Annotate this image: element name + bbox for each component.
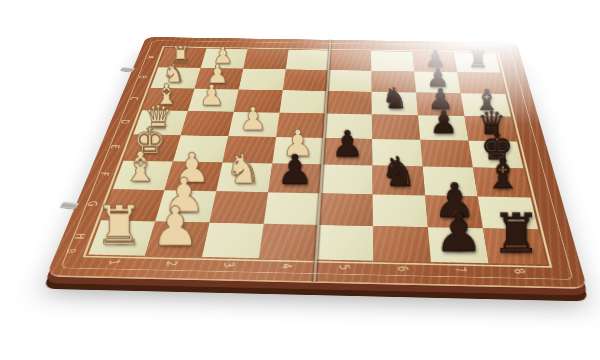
square-c2[interactable]: ♟ (188, 89, 239, 112)
rank-label-7: 7 (450, 263, 471, 277)
square-f6[interactable]: ♞ (372, 165, 425, 195)
square-f8[interactable]: ♝ (473, 167, 531, 197)
square-g4[interactable] (264, 192, 321, 225)
square-c5[interactable] (326, 91, 372, 114)
rank-label-8: 8 (508, 264, 530, 278)
square-h3[interactable] (202, 223, 264, 259)
square-h4[interactable] (259, 224, 318, 260)
maker-stamp: B (64, 248, 77, 253)
file-label-b: B (135, 73, 149, 80)
white-rook-h1[interactable]: ♜ (95, 198, 144, 252)
white-pawn-c2[interactable]: ♟ (199, 81, 225, 110)
square-g5[interactable] (318, 193, 373, 226)
square-h5[interactable] (316, 225, 373, 261)
square-e5[interactable]: ♟ (322, 138, 372, 165)
square-d7[interactable]: ♟ (418, 115, 468, 140)
square-a3[interactable] (243, 49, 288, 69)
square-b3[interactable] (239, 69, 286, 91)
rank-label-3: 3 (220, 258, 237, 272)
black-pawn-h7[interactable]: ♟ (434, 205, 483, 260)
square-f3[interactable]: ♞ (216, 163, 272, 193)
black-bishop-f8[interactable]: ♝ (484, 153, 521, 194)
file-label-h: H (69, 230, 88, 242)
file-label-c: C (126, 95, 141, 103)
square-e7[interactable] (420, 140, 473, 168)
rank-label-6: 6 (393, 262, 413, 276)
square-b5[interactable] (327, 70, 371, 92)
board-frame: ♜♟♟♜♞♟♟♝♟♞♟♝♛♟♟♛♚♟♟♚♝♟♞♟♞♝♟♟♜♟♟♜ ABCDEFG… (47, 37, 587, 287)
square-f4[interactable]: ♟ (268, 164, 322, 194)
black-rook-a8[interactable]: ♜ (468, 48, 489, 71)
white-pawn-d3[interactable]: ♟ (239, 103, 267, 135)
black-knight-c6[interactable]: ♞ (382, 84, 408, 113)
square-c4[interactable] (280, 90, 328, 113)
square-h1[interactable]: ♜ (88, 220, 155, 255)
black-rook-h8[interactable]: ♜ (492, 206, 541, 261)
file-label-e: E (106, 142, 123, 151)
square-a4[interactable] (286, 50, 330, 70)
square-h7[interactable]: ♟ (428, 227, 489, 263)
rank-label-4: 4 (278, 259, 296, 273)
white-bishop-f1[interactable]: ♝ (122, 147, 159, 188)
square-h8[interactable]: ♜ (483, 228, 547, 264)
white-pawn-h2[interactable]: ♟ (151, 199, 200, 253)
square-a6[interactable] (371, 51, 414, 71)
square-h6[interactable] (373, 226, 431, 262)
square-h2[interactable]: ♟ (145, 221, 209, 256)
hinge-clasp-icon (120, 67, 136, 72)
rank-label-1: 1 (106, 255, 122, 269)
square-c6[interactable]: ♞ (372, 92, 419, 115)
black-knight-f6[interactable]: ♞ (380, 151, 417, 192)
square-a5[interactable] (328, 51, 371, 71)
chess-set-photo: ♜♟♟♜♞♟♟♝♟♞♟♝♛♟♟♛♚♟♟♚♝♟♞♟♞♝♟♟♜♟♟♜ ABCDEFG… (0, 0, 600, 360)
square-d2[interactable] (181, 111, 234, 136)
white-knight-f3[interactable]: ♞ (225, 149, 262, 190)
square-f5[interactable] (320, 164, 372, 194)
rank-label-5: 5 (335, 260, 354, 274)
file-label-a: A (143, 54, 157, 61)
black-pawn-e5[interactable]: ♟ (331, 127, 363, 163)
file-label-d: D (116, 118, 132, 126)
square-d3[interactable]: ♟ (228, 112, 279, 137)
hinge-clasp-icon (60, 201, 80, 209)
black-pawn-d7[interactable]: ♟ (429, 106, 458, 138)
rank-label-2: 2 (163, 257, 180, 271)
file-label-f: F (95, 169, 112, 179)
square-a8[interactable]: ♜ (454, 53, 500, 73)
square-g3[interactable] (209, 191, 268, 223)
chess-board: ♜♟♟♜♞♟♟♝♟♞♟♝♛♟♟♛♚♟♟♚♝♟♞♟♞♝♟♟♜♟♟♜ ABCDEFG… (47, 37, 587, 287)
square-g6[interactable] (373, 194, 428, 227)
square-b4[interactable] (283, 69, 329, 91)
black-pawn-f4[interactable]: ♟ (276, 149, 313, 190)
square-d6[interactable] (372, 114, 420, 139)
